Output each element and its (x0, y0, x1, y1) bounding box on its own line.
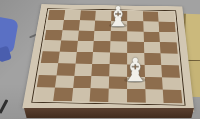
square-r5c4 (92, 52, 110, 64)
square-r3c1 (44, 30, 62, 41)
square-r2c6 (127, 21, 143, 31)
board-front-edge (24, 108, 194, 118)
square-r1c6 (127, 11, 143, 21)
square-r4c6 (127, 42, 144, 53)
square-r2c7 (143, 21, 160, 31)
square-r4c7 (143, 42, 160, 53)
square-r3c6 (127, 31, 144, 42)
square-r3c4 (94, 31, 111, 42)
square-r4c1 (43, 40, 61, 51)
photo-stage: ♝♝ (0, 0, 200, 119)
square-r8c3 (71, 88, 90, 102)
square-r5c8 (161, 53, 179, 65)
square-r6c3 (74, 63, 92, 75)
square-r8c8 (163, 90, 182, 104)
square-r7c2 (55, 75, 74, 88)
square-r1c4 (95, 11, 111, 21)
square-r6c4 (92, 64, 110, 76)
chess-board (22, 4, 194, 111)
square-r3c2 (61, 30, 79, 41)
square-r4c3 (76, 41, 94, 52)
square-r3c3 (77, 30, 94, 41)
square-r7c4 (91, 76, 109, 89)
floor-dark-mark (0, 99, 8, 114)
square-r6c5 (109, 64, 127, 76)
square-r3c5 (110, 31, 127, 42)
square-r5c5 (110, 52, 127, 64)
square-r3c8 (159, 32, 176, 43)
square-r4c5 (110, 41, 127, 52)
square-r7c3 (73, 75, 92, 88)
square-r6c1 (39, 63, 58, 75)
square-r6c6 (127, 64, 145, 76)
square-r6c2 (56, 63, 75, 75)
square-r8c7 (145, 89, 164, 103)
square-r6c8 (161, 65, 179, 77)
square-r3c7 (143, 31, 160, 42)
square-r2c1 (46, 20, 63, 30)
square-r7c8 (162, 77, 181, 90)
square-r5c6 (127, 53, 144, 65)
piece-shadow (124, 77, 146, 83)
square-r7c1 (37, 75, 57, 88)
square-r7c7 (145, 77, 163, 90)
square-r2c3 (78, 20, 95, 30)
square-r5c7 (144, 53, 162, 65)
square-r8c5 (108, 89, 127, 103)
square-r4c4 (93, 41, 110, 52)
square-r4c8 (160, 42, 178, 53)
square-r6c7 (144, 65, 162, 77)
square-r4c2 (59, 41, 77, 52)
square-r2c2 (62, 20, 79, 30)
square-r1c7 (143, 11, 159, 21)
board-frame-line (31, 8, 185, 105)
square-r1c5 (111, 11, 127, 21)
square-r1c3 (79, 10, 95, 20)
square-r8c1 (35, 87, 55, 101)
piece-shadow (109, 23, 127, 28)
square-r8c6 (127, 89, 146, 103)
square-r5c2 (58, 52, 76, 64)
square-r1c8 (158, 12, 175, 22)
square-r1c2 (64, 10, 81, 20)
square-r1c1 (48, 10, 65, 20)
square-r5c1 (41, 51, 60, 63)
square-r5c3 (75, 52, 93, 64)
square-r8c2 (53, 88, 73, 102)
square-r2c8 (159, 21, 176, 31)
square-r8c4 (90, 88, 109, 102)
